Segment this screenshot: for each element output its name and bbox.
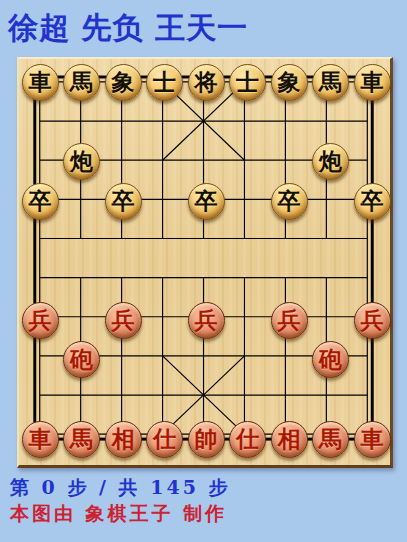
piece-glyph: 馬 — [70, 63, 93, 100]
piece-glyph: 帥 — [195, 420, 218, 457]
piece-black-general[interactable]: 将 — [188, 64, 225, 101]
piece-black-soldier[interactable]: 卒 — [354, 183, 391, 220]
piece-black-cannon[interactable]: 炮 — [312, 143, 349, 180]
piece-red-soldier[interactable]: 兵 — [105, 302, 142, 339]
credit-text: 本图由 象棋王子 制作 — [10, 501, 227, 527]
piece-black-soldier[interactable]: 卒 — [271, 183, 308, 220]
piece-red-general[interactable]: 帥 — [188, 421, 225, 458]
piece-glyph: 卒 — [361, 182, 384, 219]
piece-red-cannon[interactable]: 砲 — [312, 341, 349, 378]
piece-glyph: 相 — [112, 420, 135, 457]
piece-red-advisor[interactable]: 仕 — [229, 421, 266, 458]
piece-glyph: 卒 — [278, 182, 301, 219]
piece-glyph: 炮 — [319, 142, 342, 179]
piece-glyph: 兵 — [112, 301, 135, 338]
piece-red-chariot[interactable]: 車 — [354, 421, 391, 458]
piece-glyph: 車 — [361, 63, 384, 100]
piece-glyph: 車 — [29, 63, 52, 100]
piece-black-advisor[interactable]: 士 — [229, 64, 266, 101]
piece-red-cannon[interactable]: 砲 — [63, 341, 100, 378]
piece-black-horse[interactable]: 馬 — [312, 64, 349, 101]
piece-glyph: 卒 — [29, 182, 52, 219]
piece-red-soldier[interactable]: 兵 — [22, 302, 59, 339]
piece-red-horse[interactable]: 馬 — [63, 421, 100, 458]
piece-red-soldier[interactable]: 兵 — [188, 302, 225, 339]
piece-glyph: 兵 — [361, 301, 384, 338]
piece-glyph: 馬 — [70, 420, 93, 457]
piece-glyph: 馬 — [319, 420, 342, 457]
piece-glyph: 士 — [236, 63, 259, 100]
piece-red-soldier[interactable]: 兵 — [354, 302, 391, 339]
piece-glyph: 馬 — [319, 63, 342, 100]
piece-glyph: 兵 — [29, 301, 52, 338]
xiangqi-viewer: { "game": "xiangqi", "header": { "title"… — [0, 0, 407, 542]
piece-glyph: 士 — [153, 63, 176, 100]
piece-black-cannon[interactable]: 炮 — [63, 143, 100, 180]
piece-glyph: 象 — [278, 63, 301, 100]
piece-black-horse[interactable]: 馬 — [63, 64, 100, 101]
piece-red-horse[interactable]: 馬 — [312, 421, 349, 458]
piece-glyph: 相 — [278, 420, 301, 457]
piece-glyph: 卒 — [195, 182, 218, 219]
piece-glyph: 象 — [112, 63, 135, 100]
piece-glyph: 炮 — [70, 142, 93, 179]
move-counter: 第 0 步 / 共 145 步 — [10, 475, 231, 501]
piece-glyph: 仕 — [153, 420, 176, 457]
page-title: 徐超 先负 王天一 — [8, 8, 248, 49]
piece-glyph: 兵 — [278, 301, 301, 338]
piece-glyph: 車 — [29, 420, 52, 457]
piece-black-soldier[interactable]: 卒 — [188, 183, 225, 220]
piece-red-elephant[interactable]: 相 — [105, 421, 142, 458]
piece-glyph: 車 — [361, 420, 384, 457]
piece-glyph: 砲 — [70, 340, 93, 377]
piece-glyph: 仕 — [236, 420, 259, 457]
piece-black-advisor[interactable]: 士 — [146, 64, 183, 101]
piece-glyph: 将 — [195, 63, 218, 100]
piece-black-soldier[interactable]: 卒 — [105, 183, 142, 220]
piece-red-advisor[interactable]: 仕 — [146, 421, 183, 458]
piece-black-elephant[interactable]: 象 — [105, 64, 142, 101]
piece-red-chariot[interactable]: 車 — [22, 421, 59, 458]
piece-glyph: 兵 — [195, 301, 218, 338]
xiangqi-board: 車馬象士将士象馬車炮炮卒卒卒卒卒兵兵兵兵兵砲砲車馬相仕帥仕相馬車 — [17, 57, 393, 468]
piece-black-soldier[interactable]: 卒 — [22, 183, 59, 220]
piece-red-soldier[interactable]: 兵 — [271, 302, 308, 339]
piece-black-chariot[interactable]: 車 — [22, 64, 59, 101]
piece-glyph: 砲 — [319, 340, 342, 377]
piece-glyph: 卒 — [112, 182, 135, 219]
board-grid — [19, 59, 390, 465]
piece-red-elephant[interactable]: 相 — [271, 421, 308, 458]
piece-black-elephant[interactable]: 象 — [271, 64, 308, 101]
piece-black-chariot[interactable]: 車 — [354, 64, 391, 101]
